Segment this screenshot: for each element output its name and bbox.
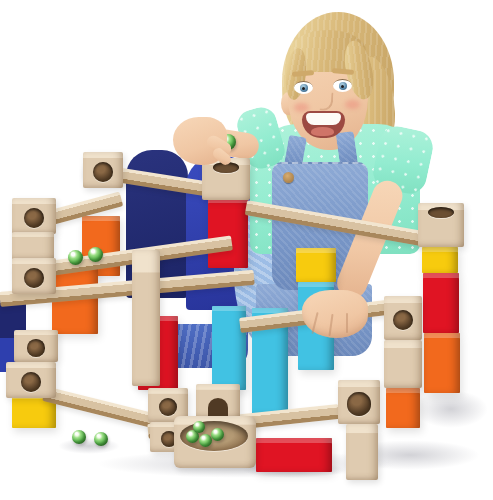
wood-block-side-hole — [338, 380, 380, 424]
wood-block-side-hole — [14, 330, 58, 362]
wood-post — [346, 424, 378, 480]
funnel-hole — [428, 207, 454, 218]
wood-block-side-hole — [6, 362, 56, 398]
wood-block-side-hole — [12, 258, 56, 294]
green-marble-on-rail — [68, 250, 83, 265]
hand-left — [302, 290, 368, 338]
marble-hole — [24, 208, 44, 228]
wood-post — [132, 250, 160, 386]
marble-hole — [27, 339, 45, 357]
wood-post — [12, 232, 54, 260]
wood-post — [384, 340, 422, 388]
photo-scene — [0, 0, 493, 500]
pillar-yellow — [422, 247, 458, 273]
green-marble-in-bowl — [193, 421, 205, 433]
wood-block-top-funnel — [418, 203, 464, 247]
finger-line — [328, 314, 333, 336]
green-marble-floor — [72, 430, 86, 444]
marble-hole — [159, 398, 178, 417]
marble-hole — [21, 372, 41, 392]
marble-run-structure — [0, 0, 493, 500]
green-marble-floor — [94, 432, 108, 446]
wood-rail — [245, 200, 427, 246]
finger-line — [346, 313, 348, 333]
marble-hole — [93, 162, 113, 182]
finger-line — [311, 312, 318, 334]
green-marble-in-bowl — [211, 428, 224, 441]
marble-hole — [24, 268, 44, 288]
wood-rail — [42, 386, 160, 429]
pillar-red — [256, 438, 332, 472]
wood-block-side-hole — [384, 296, 422, 340]
marble-hole — [393, 310, 414, 331]
pillar-orange — [424, 333, 460, 393]
pillar-orange — [386, 388, 420, 428]
green-marble-in-bowl — [199, 434, 212, 447]
wood-catch-bowl — [174, 416, 256, 468]
wood-arch-ramp — [196, 384, 240, 418]
green-marble-on-rail — [88, 247, 103, 262]
pillar-red — [208, 198, 248, 268]
pillar-yellow — [296, 248, 336, 282]
marble-hole — [347, 392, 370, 415]
wood-block-side-hole — [83, 152, 123, 188]
pillar-red — [423, 273, 459, 333]
wood-block-side-hole — [12, 198, 56, 234]
